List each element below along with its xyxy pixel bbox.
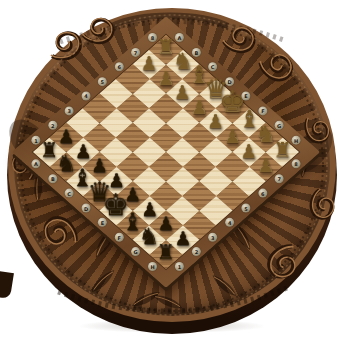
coord-disc-3: 3: [208, 233, 217, 242]
coord-disc-7: 7: [275, 174, 284, 183]
coord-disc-g: G: [275, 121, 284, 130]
coord-disc-c: C: [208, 62, 217, 71]
coord-disc-2: 2: [48, 121, 57, 130]
coord-disc-e: E: [242, 92, 251, 101]
coord-disc-6: 6: [115, 62, 124, 71]
coord-disc-d: D: [225, 77, 234, 86]
coord-disc-8: 8: [291, 159, 300, 168]
coord-disc-2: 2: [192, 247, 201, 256]
coord-disc-5: 5: [98, 77, 107, 86]
coord-disc-h: H: [291, 136, 300, 145]
coord-disc-a: A: [32, 159, 41, 168]
coord-disc-6: 6: [258, 189, 267, 198]
coord-disc-e: E: [98, 218, 107, 227]
coord-disc-1: 1: [175, 262, 184, 271]
coord-disc-5: 5: [242, 203, 251, 212]
coord-disc-f: F: [258, 106, 267, 115]
coord-disc-c: C: [65, 189, 74, 198]
coord-disc-b: B: [192, 48, 201, 57]
coord-disc-d: D: [81, 203, 90, 212]
coord-disc-h: H: [148, 262, 157, 271]
coord-disc-4: 4: [81, 92, 90, 101]
coord-disc-8: 8: [148, 33, 157, 42]
coord-disc-a: A: [175, 33, 184, 42]
coord-disc-7: 7: [131, 48, 140, 57]
table-leg: [0, 271, 14, 299]
chess-table-photo: ABCDEFGH ABCDEFGH 87654321 87654321 ♜♞♝♛…: [0, 0, 340, 340]
coord-disc-4: 4: [225, 218, 234, 227]
coord-disc-3: 3: [65, 106, 74, 115]
coord-disc-1: 1: [32, 136, 41, 145]
coord-disc-g: G: [131, 247, 140, 256]
coord-disc-b: B: [48, 174, 57, 183]
coord-disc-f: F: [115, 233, 124, 242]
